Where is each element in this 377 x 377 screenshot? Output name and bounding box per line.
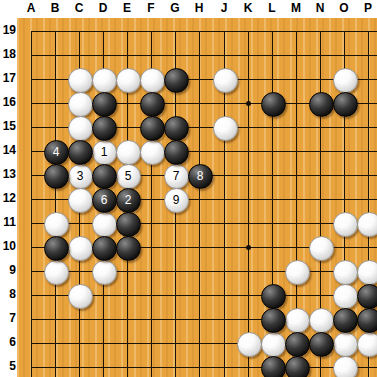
go-stone-white[interactable]: 5 bbox=[116, 164, 141, 189]
row-label: 19 bbox=[0, 23, 16, 37]
star-point bbox=[246, 101, 251, 106]
go-stone-white[interactable] bbox=[357, 212, 377, 237]
column-label: A bbox=[22, 1, 40, 15]
go-stone-white[interactable] bbox=[333, 260, 358, 285]
star-point bbox=[246, 245, 251, 250]
column-label: G bbox=[166, 1, 184, 15]
column-label: K bbox=[239, 1, 257, 15]
go-stone-white[interactable] bbox=[285, 260, 310, 285]
go-stone-white[interactable] bbox=[309, 236, 334, 261]
go-stone-black[interactable] bbox=[309, 92, 334, 117]
go-stone-black[interactable]: 2 bbox=[116, 188, 141, 213]
go-stone-black[interactable] bbox=[333, 308, 358, 333]
grid-line-horizontal bbox=[31, 31, 377, 32]
column-label: F bbox=[142, 1, 160, 15]
grid-line-vertical bbox=[31, 31, 32, 377]
go-stone-black[interactable]: 4 bbox=[44, 140, 69, 165]
column-label: M bbox=[287, 1, 305, 15]
go-stone-black[interactable] bbox=[140, 92, 165, 117]
grid-line-vertical bbox=[199, 31, 200, 377]
go-stone-white[interactable] bbox=[237, 332, 262, 357]
go-stone-white[interactable] bbox=[92, 260, 117, 285]
go-stone-white[interactable] bbox=[68, 68, 93, 93]
go-stone-white[interactable] bbox=[68, 92, 93, 117]
row-label: 9 bbox=[0, 263, 16, 277]
row-label: 8 bbox=[0, 287, 16, 301]
go-stone-white[interactable] bbox=[213, 68, 238, 93]
go-stone-white[interactable] bbox=[68, 284, 93, 309]
go-stone-black[interactable] bbox=[164, 140, 189, 165]
go-stone-white[interactable] bbox=[333, 332, 358, 357]
column-label: J bbox=[215, 1, 233, 15]
go-stone-black[interactable] bbox=[44, 236, 69, 261]
go-stone-black[interactable] bbox=[285, 356, 310, 377]
go-stone-white[interactable] bbox=[333, 284, 358, 309]
column-label: H bbox=[190, 1, 208, 15]
move-number-label: 5 bbox=[125, 170, 132, 182]
move-number-label: 8 bbox=[197, 170, 204, 182]
go-stone-white[interactable] bbox=[333, 212, 358, 237]
go-stone-white[interactable] bbox=[357, 260, 377, 285]
grid-line-horizontal bbox=[31, 271, 377, 272]
column-label: E bbox=[118, 1, 136, 15]
go-stone-white[interactable] bbox=[333, 356, 358, 377]
row-label: 10 bbox=[0, 239, 16, 253]
row-label: 5 bbox=[0, 359, 16, 373]
grid-line-horizontal bbox=[31, 223, 377, 224]
move-number-label: 7 bbox=[173, 170, 180, 182]
move-number-label: 3 bbox=[77, 170, 84, 182]
column-label: O bbox=[335, 1, 353, 15]
column-label: L bbox=[263, 1, 281, 15]
grid-line-vertical bbox=[248, 31, 249, 377]
go-stone-white[interactable]: 7 bbox=[164, 164, 189, 189]
row-label: 12 bbox=[0, 191, 16, 205]
go-stone-black[interactable] bbox=[68, 140, 93, 165]
go-stone-black[interactable] bbox=[92, 164, 117, 189]
go-stone-white[interactable] bbox=[92, 212, 117, 237]
row-label: 13 bbox=[0, 167, 16, 181]
row-label: 11 bbox=[0, 215, 16, 229]
go-stone-black[interactable] bbox=[333, 92, 358, 117]
go-stone-black[interactable] bbox=[164, 68, 189, 93]
move-number-label: 9 bbox=[173, 194, 180, 206]
go-stone-black[interactable] bbox=[357, 308, 377, 333]
move-number-label: 2 bbox=[125, 194, 132, 206]
go-stone-black[interactable] bbox=[164, 116, 189, 141]
grid-line-horizontal bbox=[31, 55, 377, 56]
go-stone-black[interactable] bbox=[116, 212, 141, 237]
go-stone-black[interactable] bbox=[261, 92, 286, 117]
go-stone-black[interactable] bbox=[116, 236, 141, 261]
go-stone-white[interactable] bbox=[285, 308, 310, 333]
go-stone-black[interactable] bbox=[309, 332, 334, 357]
go-stone-white[interactable] bbox=[116, 68, 141, 93]
grid-line-horizontal bbox=[31, 367, 377, 368]
go-stone-white[interactable] bbox=[140, 140, 165, 165]
go-stone-white[interactable] bbox=[68, 236, 93, 261]
column-label: B bbox=[46, 1, 64, 15]
go-stone-black[interactable] bbox=[357, 284, 377, 309]
move-number-label: 4 bbox=[53, 146, 60, 158]
go-stone-black[interactable] bbox=[261, 308, 286, 333]
move-number-label: 1 bbox=[101, 146, 108, 158]
go-stone-white[interactable]: 1 bbox=[92, 140, 117, 165]
grid-line-vertical bbox=[55, 31, 56, 377]
go-stone-black[interactable] bbox=[261, 284, 286, 309]
go-stone-black[interactable] bbox=[140, 116, 165, 141]
row-label: 7 bbox=[0, 311, 16, 325]
go-stone-black[interactable]: 6 bbox=[92, 188, 117, 213]
go-stone-white[interactable] bbox=[44, 260, 69, 285]
go-stone-white[interactable] bbox=[116, 140, 141, 165]
go-stone-black[interactable] bbox=[92, 236, 117, 261]
row-label: 16 bbox=[0, 95, 16, 109]
go-board-screen: ABCDEFGHJKLMNOP 191817161514131211109876… bbox=[0, 0, 377, 377]
row-label: 18 bbox=[0, 47, 16, 61]
go-stone-white[interactable] bbox=[357, 332, 377, 357]
row-label: 14 bbox=[0, 143, 16, 157]
go-stone-white[interactable] bbox=[309, 308, 334, 333]
go-stone-white[interactable]: 3 bbox=[68, 164, 93, 189]
column-label: P bbox=[359, 1, 377, 15]
go-stone-black[interactable] bbox=[92, 92, 117, 117]
go-stone-white[interactable] bbox=[68, 188, 93, 213]
go-stone-black[interactable] bbox=[92, 116, 117, 141]
column-label: C bbox=[70, 1, 88, 15]
move-number-label: 6 bbox=[101, 194, 108, 206]
row-label: 17 bbox=[0, 71, 16, 85]
go-stone-white[interactable]: 9 bbox=[164, 188, 189, 213]
go-stone-white[interactable] bbox=[140, 68, 165, 93]
go-stone-white[interactable] bbox=[92, 68, 117, 93]
go-stone-white[interactable] bbox=[213, 116, 238, 141]
go-stone-black[interactable]: 8 bbox=[188, 164, 213, 189]
go-stone-white[interactable] bbox=[261, 332, 286, 357]
go-stone-white[interactable] bbox=[44, 212, 69, 237]
go-stone-white[interactable] bbox=[333, 68, 358, 93]
column-label: D bbox=[94, 1, 112, 15]
go-stone-white[interactable] bbox=[68, 116, 93, 141]
go-stone-black[interactable] bbox=[261, 356, 286, 377]
go-stone-black[interactable] bbox=[285, 332, 310, 357]
row-label: 6 bbox=[0, 335, 16, 349]
go-stone-black[interactable] bbox=[44, 164, 69, 189]
column-label: N bbox=[311, 1, 329, 15]
row-label: 15 bbox=[0, 119, 16, 133]
